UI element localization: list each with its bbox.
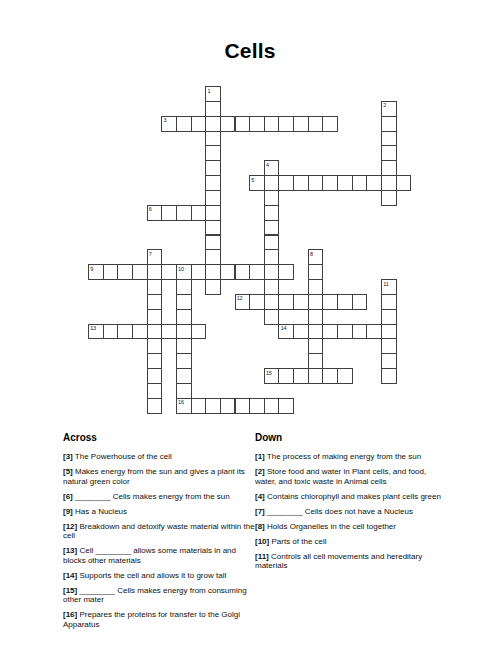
grid-cell-8-8[interactable]	[205, 205, 221, 221]
grid-cell-19-4[interactable]	[147, 368, 163, 384]
grid-cell-6-16[interactable]	[322, 175, 338, 191]
across-header: Across	[63, 432, 255, 443]
grid-cell-14-10[interactable]: 12	[235, 294, 251, 310]
grid-cell-7-20[interactable]	[381, 190, 397, 206]
clue-down-7: [7] ________ Cells does not have a Nucle…	[255, 507, 447, 517]
crossword-grid: 12345678910111213141516	[88, 86, 411, 414]
clue-across-3: [3] The Powerhouse of the cell	[63, 452, 255, 462]
grid-cell-19-14[interactable]	[293, 368, 309, 384]
grid-cell-19-20[interactable]	[381, 368, 397, 384]
grid-cell-4-8[interactable]	[205, 145, 221, 161]
grid-cell-2-12[interactable]	[264, 116, 280, 132]
grid-cell-15-6[interactable]	[176, 309, 192, 325]
grid-cell-16-17[interactable]	[337, 324, 353, 340]
grid-cell-12-9[interactable]	[220, 264, 236, 280]
grid-cell-6-14[interactable]	[293, 175, 309, 191]
grid-cell-16-7[interactable]	[191, 324, 207, 340]
grid-cell-14-17[interactable]	[337, 294, 353, 310]
cell-number-2: 2	[383, 102, 386, 108]
grid-cell-14-12[interactable]	[264, 294, 280, 310]
grid-cell-19-13[interactable]	[278, 368, 294, 384]
grid-cell-11-12[interactable]	[264, 249, 280, 265]
grid-cell-5-12[interactable]: 4	[264, 160, 280, 176]
grid-cell-13-8[interactable]	[205, 279, 221, 295]
grid-cell-13-6[interactable]	[176, 279, 192, 295]
grid-cell-8-7[interactable]	[191, 205, 207, 221]
grid-cell-14-15[interactable]	[308, 294, 324, 310]
grid-cell-14-13[interactable]	[278, 294, 294, 310]
grid-cell-6-19[interactable]	[366, 175, 382, 191]
grid-cell-2-6[interactable]	[176, 116, 192, 132]
grid-cell-13-15[interactable]	[308, 279, 324, 295]
grid-cell-12-2[interactable]	[117, 264, 133, 280]
grid-cell-14-18[interactable]	[352, 294, 368, 310]
grid-cell-12-10[interactable]	[235, 264, 251, 280]
grid-cell-2-7[interactable]	[191, 116, 207, 132]
grid-cell-21-9[interactable]	[220, 398, 236, 414]
grid-cell-2-20[interactable]	[381, 116, 397, 132]
puzzle-title: Cells	[0, 40, 500, 62]
cell-number-14: 14	[281, 325, 287, 331]
clue-across-12: [12] Breakdown and detoxify waste materi…	[63, 522, 255, 541]
down-clues-section: Down [1] The process of making energy fr…	[255, 432, 447, 576]
grid-cell-6-20[interactable]	[381, 175, 397, 191]
clue-down-10: [10] Parts of the cell	[255, 537, 447, 547]
grid-cell-2-11[interactable]	[249, 116, 265, 132]
clue-down-1: [1] The process of making energy from th…	[255, 452, 447, 462]
grid-cell-3-8[interactable]	[205, 131, 221, 147]
grid-cell-7-8[interactable]	[205, 190, 221, 206]
grid-cell-6-15[interactable]	[308, 175, 324, 191]
grid-cell-3-20[interactable]	[381, 131, 397, 147]
grid-cell-10-12[interactable]	[264, 235, 280, 251]
clue-across-15: [15] ________ Cells makes energy from co…	[63, 586, 255, 605]
grid-cell-12-11[interactable]	[249, 264, 265, 280]
grid-cell-12-5[interactable]	[161, 264, 177, 280]
cell-number-8: 8	[310, 251, 313, 257]
grid-cell-17-20[interactable]	[381, 338, 397, 354]
cell-number-12: 12	[237, 295, 243, 301]
grid-cell-16-14[interactable]	[293, 324, 309, 340]
clue-across-14: [14] Supports the cell and allows it to …	[63, 571, 255, 581]
grid-cell-9-12[interactable]	[264, 220, 280, 236]
grid-cell-16-20[interactable]	[381, 324, 397, 340]
grid-cell-5-20[interactable]	[381, 160, 397, 176]
grid-cell-0-8[interactable]: 1	[205, 86, 221, 102]
cell-number-1: 1	[207, 88, 210, 94]
grid-cell-8-6[interactable]	[176, 205, 192, 221]
grid-cell-16-2[interactable]	[117, 324, 133, 340]
clue-down-2: [2] Store food and water in Plant cells,…	[255, 467, 447, 486]
cell-number-15: 15	[266, 370, 272, 376]
grid-cell-6-18[interactable]	[352, 175, 368, 191]
grid-cell-16-5[interactable]	[161, 324, 177, 340]
grid-cell-21-8[interactable]	[205, 398, 221, 414]
grid-cell-21-13[interactable]	[278, 398, 294, 414]
across-clues-section: Across [3] The Powerhouse of the cell[5]…	[63, 432, 255, 635]
grid-cell-7-12[interactable]	[264, 190, 280, 206]
grid-cell-18-15[interactable]	[308, 353, 324, 369]
cell-number-5: 5	[251, 177, 254, 183]
across-clues-list: [3] The Powerhouse of the cell[5] Makes …	[63, 452, 255, 629]
grid-cell-12-15[interactable]	[308, 264, 324, 280]
grid-cell-12-12[interactable]	[264, 264, 280, 280]
grid-cell-14-20[interactable]	[381, 294, 397, 310]
worksheet-page: Cells 12345678910111213141516 Across [3]…	[0, 0, 500, 647]
grid-cell-16-18[interactable]	[352, 324, 368, 340]
clue-across-13: [13] Cell ________ allows some materials…	[63, 546, 255, 565]
grid-cell-12-3[interactable]	[132, 264, 148, 280]
grid-cell-12-8[interactable]	[205, 264, 221, 280]
grid-cell-6-8[interactable]	[205, 175, 221, 191]
grid-cell-16-6[interactable]	[176, 324, 192, 340]
down-clues-list: [1] The process of making energy from th…	[255, 452, 447, 571]
grid-cell-21-6[interactable]: 16	[176, 398, 192, 414]
grid-cell-1-20[interactable]: 2	[381, 101, 397, 117]
cell-number-10: 10	[178, 266, 184, 272]
grid-cell-21-7[interactable]	[191, 398, 207, 414]
cell-number-4: 4	[266, 162, 269, 168]
grid-cell-21-4[interactable]	[147, 398, 163, 414]
grid-cell-14-11[interactable]	[249, 294, 265, 310]
grid-cell-16-19[interactable]	[366, 324, 382, 340]
grid-cell-14-6[interactable]	[176, 294, 192, 310]
grid-cell-6-21[interactable]	[396, 175, 412, 191]
grid-cell-18-20[interactable]	[381, 353, 397, 369]
grid-cell-18-6[interactable]	[176, 353, 192, 369]
grid-cell-20-4[interactable]	[147, 383, 163, 399]
grid-cell-2-13[interactable]	[278, 116, 294, 132]
grid-cell-14-14[interactable]	[293, 294, 309, 310]
cell-number-11: 11	[383, 281, 388, 287]
grid-cell-8-4[interactable]: 6	[147, 205, 163, 221]
grid-cell-16-1[interactable]	[103, 324, 119, 340]
clue-down-4: [4] Contains chlorophyll and makes plant…	[255, 492, 447, 502]
grid-cell-18-4[interactable]	[147, 353, 163, 369]
cell-number-6: 6	[149, 206, 152, 212]
cell-number-9: 9	[90, 266, 93, 272]
grid-cell-2-9[interactable]	[220, 116, 236, 132]
grid-cell-16-13[interactable]: 14	[278, 324, 294, 340]
grid-cell-13-12[interactable]	[264, 279, 280, 295]
clue-across-5: [5] Makes energy from the sun and gives …	[63, 467, 255, 486]
grid-cell-15-4[interactable]	[147, 309, 163, 325]
grid-cell-11-8[interactable]	[205, 249, 221, 265]
grid-cell-6-17[interactable]	[337, 175, 353, 191]
clue-down-8: [8] Holds Organelles in the cell togethe…	[255, 522, 447, 532]
grid-cell-2-10[interactable]	[235, 116, 251, 132]
clue-across-9: [9] Has a Nucleus	[63, 507, 255, 517]
grid-cell-6-12[interactable]	[264, 175, 280, 191]
grid-cell-15-20[interactable]	[381, 309, 397, 325]
grid-cell-17-4[interactable]	[147, 338, 163, 354]
grid-cell-12-1[interactable]	[103, 264, 119, 280]
grid-cell-11-4[interactable]: 7	[147, 249, 163, 265]
grid-cell-12-7[interactable]	[191, 264, 207, 280]
grid-cell-8-12[interactable]	[264, 205, 280, 221]
grid-cell-19-17[interactable]	[337, 368, 353, 384]
grid-cell-12-13[interactable]	[278, 264, 294, 280]
grid-cell-6-11[interactable]: 5	[249, 175, 265, 191]
grid-cell-20-6[interactable]	[176, 383, 192, 399]
grid-cell-2-5[interactable]: 3	[161, 116, 177, 132]
cell-number-7: 7	[149, 251, 152, 257]
grid-cell-12-6[interactable]: 10	[176, 264, 192, 280]
grid-cell-12-0[interactable]: 9	[88, 264, 104, 280]
cell-number-13: 13	[90, 325, 96, 331]
grid-cell-21-12[interactable]	[264, 398, 280, 414]
grid-cell-1-8[interactable]	[205, 101, 221, 117]
clue-across-16: [16] Prepares the proteins for transfer …	[63, 610, 255, 629]
grid-cell-19-16[interactable]	[322, 368, 338, 384]
grid-cell-16-3[interactable]	[132, 324, 148, 340]
clue-down-11: [11] Controls all cell movements and her…	[255, 552, 447, 571]
grid-cell-2-15[interactable]	[308, 116, 324, 132]
grid-cell-19-12[interactable]: 15	[264, 368, 280, 384]
cell-number-3: 3	[163, 117, 166, 123]
grid-cell-13-20[interactable]: 11	[381, 279, 397, 295]
clue-across-6: [6] ________ Cells makes energy from the…	[63, 492, 255, 502]
grid-cell-6-13[interactable]	[278, 175, 294, 191]
grid-cell-11-15[interactable]: 8	[308, 249, 324, 265]
grid-cell-2-14[interactable]	[293, 116, 309, 132]
grid-cell-14-4[interactable]	[147, 294, 163, 310]
grid-cell-15-15[interactable]	[308, 309, 324, 325]
grid-cell-16-16[interactable]	[322, 324, 338, 340]
down-header: Down	[255, 432, 447, 443]
grid-cell-2-16[interactable]	[322, 116, 338, 132]
grid-cell-5-8[interactable]	[205, 160, 221, 176]
grid-cell-16-15[interactable]	[308, 324, 324, 340]
grid-cell-9-8[interactable]	[205, 220, 221, 236]
grid-cell-12-4[interactable]	[147, 264, 163, 280]
grid-cell-2-8[interactable]	[205, 116, 221, 132]
grid-cell-4-20[interactable]	[381, 145, 397, 161]
grid-cell-8-5[interactable]	[161, 205, 177, 221]
grid-cell-19-6[interactable]	[176, 368, 192, 384]
grid-cell-17-15[interactable]	[308, 338, 324, 354]
grid-cell-19-15[interactable]	[308, 368, 324, 384]
grid-cell-15-12[interactable]	[264, 309, 280, 325]
grid-cell-10-8[interactable]	[205, 235, 221, 251]
grid-cell-16-0[interactable]: 13	[88, 324, 104, 340]
grid-cell-21-10[interactable]	[235, 398, 251, 414]
cell-number-16: 16	[178, 399, 184, 405]
grid-cell-16-4[interactable]	[147, 324, 163, 340]
grid-cell-17-6[interactable]	[176, 338, 192, 354]
grid-cell-14-16[interactable]	[322, 294, 338, 310]
grid-cell-21-11[interactable]	[249, 398, 265, 414]
grid-cell-13-4[interactable]	[147, 279, 163, 295]
